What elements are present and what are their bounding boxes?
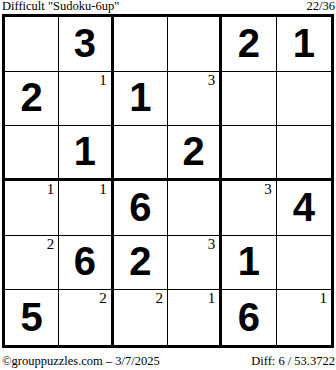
cell-r2c4[interactable]: 3: [168, 72, 222, 127]
cell-r3c3[interactable]: [114, 126, 168, 181]
cell-r6c2[interactable]: 2: [59, 290, 113, 345]
given-digit: 3: [74, 23, 96, 65]
cell-r4c2[interactable]: 1: [59, 181, 113, 236]
cell-r2c6[interactable]: [277, 72, 331, 127]
given-digit: 4: [293, 187, 315, 229]
cell-r1c2[interactable]: 3: [59, 17, 113, 72]
footer: ©grouppuzzles.com – 3/7/2025 Diff: 6 / 5…: [0, 354, 336, 368]
corner-mark: 3: [264, 181, 272, 197]
given-digit: 1: [293, 23, 315, 65]
cell-r3c1[interactable]: [5, 126, 59, 181]
given-digit: 1: [129, 77, 151, 119]
difficulty-text: Diff: 6 / 53.3722: [251, 354, 335, 368]
corner-mark: 1: [47, 181, 55, 197]
cell-r3c4[interactable]: 2: [168, 126, 222, 181]
cell-r6c5[interactable]: 6: [222, 290, 276, 345]
corner-mark: 1: [99, 181, 107, 197]
given-digit: 6: [238, 297, 260, 339]
corner-mark: 2: [47, 236, 55, 252]
cell-r6c4[interactable]: 1: [168, 290, 222, 345]
cell-r5c2[interactable]: 6: [59, 236, 113, 291]
corner-mark: 3: [208, 236, 216, 252]
cell-r4c3[interactable]: 6: [114, 181, 168, 236]
cell-r1c1[interactable]: [5, 17, 59, 72]
cell-r5c4[interactable]: 3: [168, 236, 222, 291]
given-digit: 6: [74, 241, 96, 283]
corner-mark: 2: [155, 290, 163, 306]
corner-mark: 1: [319, 290, 327, 306]
cell-r5c3[interactable]: 2: [114, 236, 168, 291]
page: Difficult "Sudoku-6up" 22/36 32121131211…: [0, 0, 336, 370]
puzzle-title: Difficult "Sudoku-6up": [2, 0, 119, 13]
cell-r1c4[interactable]: [168, 17, 222, 72]
cell-r2c3[interactable]: 1: [114, 72, 168, 127]
corner-mark: 2: [99, 290, 107, 306]
copyright-text: ©grouppuzzles.com – 3/7/2025: [2, 354, 160, 368]
given-digit: 5: [21, 297, 43, 339]
board: 3212113121163426231522161: [2, 14, 334, 348]
cell-r2c5[interactable]: [222, 72, 276, 127]
cell-r1c6[interactable]: 1: [277, 17, 331, 72]
cell-r6c3[interactable]: 2: [114, 290, 168, 345]
corner-mark: 1: [208, 290, 216, 306]
cell-r4c5[interactable]: 3: [222, 181, 276, 236]
cell-r4c1[interactable]: 1: [5, 181, 59, 236]
given-digit: 1: [74, 131, 96, 173]
cell-r1c5[interactable]: 2: [222, 17, 276, 72]
cell-r6c6[interactable]: 1: [277, 290, 331, 345]
cell-r1c3[interactable]: [114, 17, 168, 72]
given-digit: 2: [21, 77, 43, 119]
given-digit: 1: [238, 241, 260, 283]
cell-r4c4[interactable]: [168, 181, 222, 236]
cell-r5c6[interactable]: [277, 236, 331, 291]
given-digit: 6: [129, 187, 151, 229]
given-digit: 2: [238, 23, 260, 65]
corner-mark: 3: [208, 72, 216, 88]
cell-r2c1[interactable]: 2: [5, 72, 59, 127]
corner-mark: 1: [99, 72, 107, 88]
header: Difficult "Sudoku-6up" 22/36: [0, 0, 336, 13]
cell-r5c1[interactable]: 2: [5, 236, 59, 291]
cell-r2c2[interactable]: 1: [59, 72, 113, 127]
cell-r4c6[interactable]: 4: [277, 181, 331, 236]
cell-r5c5[interactable]: 1: [222, 236, 276, 291]
given-digit: 2: [183, 131, 205, 173]
given-digit: 2: [129, 241, 151, 283]
cell-r3c5[interactable]: [222, 126, 276, 181]
cell-r6c1[interactable]: 5: [5, 290, 59, 345]
cell-r3c2[interactable]: 1: [59, 126, 113, 181]
cell-r3c6[interactable]: [277, 126, 331, 181]
page-counter: 22/36: [307, 0, 335, 13]
